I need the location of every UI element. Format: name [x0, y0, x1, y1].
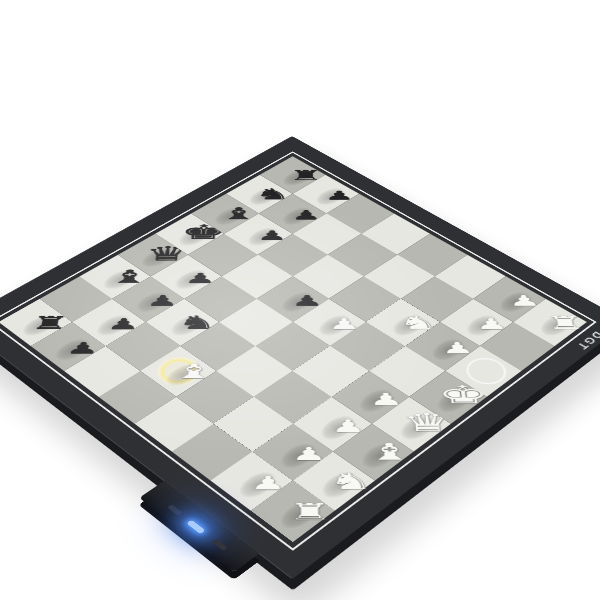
- module-button-slot: [167, 504, 182, 515]
- board-frame: ♜♝♛♚♝♞♜♟♟♟♟♟♟♟♞♝♟♟♞♟♟♟♟♟♟♟♜♞♝♛♚♜ DGT: [0, 136, 600, 579]
- power-led-icon: [186, 520, 205, 534]
- chessboard-product-photo: ♜♝♛♚♝♞♜♟♟♟♟♟♟♟♞♝♟♟♞♟♟♟♟♟♟♟♜♞♝♛♚♜ DGT: [0, 0, 600, 600]
- white-rook-h1[interactable]: ♜: [532, 314, 600, 331]
- board-3d: ♜♝♛♚♝♞♜♟♟♟♟♟♟♟♞♝♟♟♞♟♟♟♟♟♟♟♜♞♝♛♚♜ DGT: [0, 136, 600, 579]
- chess-grid: ♜♝♛♚♝♞♜♟♟♟♟♟♟♟♞♝♟♟♞♟♟♟♟♟♟♟♜♞♝♛♚♜: [0, 156, 587, 542]
- module-button-slot: [212, 539, 227, 551]
- frame-pinstripe: ♜♝♛♚♝♞♜♟♟♟♟♟♟♟♞♝♟♟♞♟♟♟♟♟♟♟♜♞♝♛♚♜: [0, 151, 597, 550]
